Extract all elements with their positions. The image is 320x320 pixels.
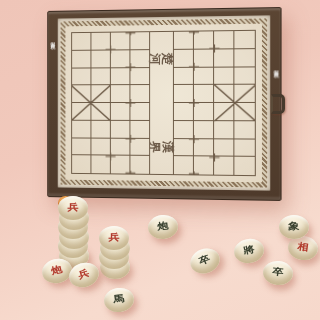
xiangqi-piece[interactable]: 卒 [262, 259, 294, 286]
xiangqi-piece[interactable]: 將 [232, 237, 266, 266]
piece-character: 馬 [113, 293, 125, 303]
piece-character: 卒 [272, 266, 284, 276]
piece-character: 炮 [157, 220, 169, 230]
piece-character: 炮 [50, 264, 63, 275]
xiangqi-piece[interactable]: 炮 [147, 213, 179, 240]
piece-character: 兵 [77, 268, 90, 280]
pieces-layer: 兵兵炮炮兵馬卒將卒相象 [0, 0, 320, 320]
piece-character: 兵 [109, 232, 120, 241]
piece-character: 將 [243, 244, 255, 255]
piece-character: 象 [289, 221, 300, 230]
stack-top-piece[interactable]: 兵 [58, 196, 88, 220]
piece-character: 卒 [198, 253, 212, 265]
xiangqi-piece[interactable]: 象 [279, 215, 309, 239]
piece-character: 兵 [68, 202, 79, 211]
piece-character: 相 [297, 241, 309, 251]
stack-top-piece[interactable]: 兵 [99, 226, 129, 250]
xiangqi-piece[interactable]: 卒 [187, 244, 224, 277]
xiangqi-piece[interactable]: 馬 [102, 286, 135, 314]
